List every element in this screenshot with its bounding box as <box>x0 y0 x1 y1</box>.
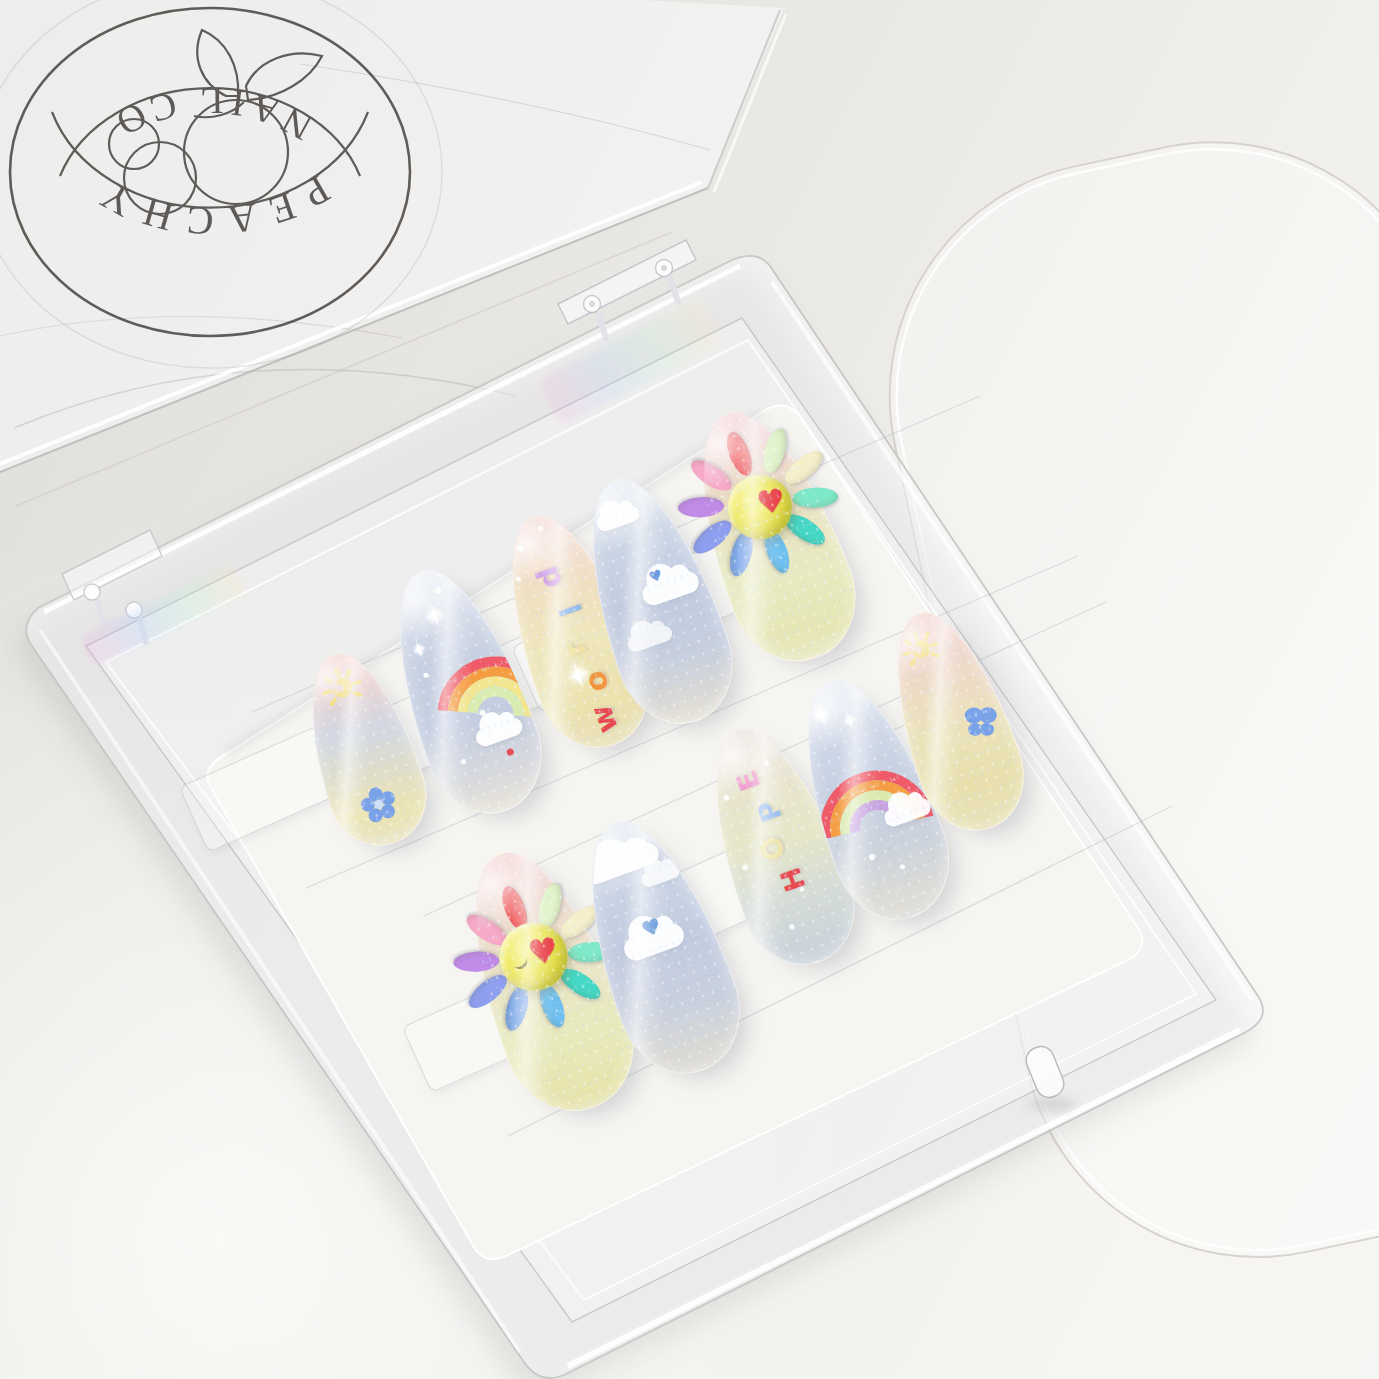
petal <box>722 429 757 479</box>
petal <box>678 496 725 518</box>
paint-dot <box>789 923 795 929</box>
nail-letter: H <box>774 863 813 896</box>
cloud-icon <box>626 624 675 654</box>
paint-dot <box>537 525 543 531</box>
press-on-nails-product-photo: PEACHY NAIL CO <box>0 0 1379 1379</box>
heart-icon: ♥ <box>525 929 561 973</box>
nail-letter: w <box>583 700 625 738</box>
paint-dot <box>899 864 905 870</box>
cloud-icon <box>474 715 525 748</box>
petal <box>780 445 828 489</box>
petal <box>792 486 839 508</box>
cloud-icon <box>595 504 642 533</box>
nail-letter: E <box>730 766 768 795</box>
petal <box>759 426 790 476</box>
nail-tray-layout: d l r o w ♥ <box>0 0 1379 1379</box>
petal <box>453 950 500 972</box>
heart-icon: ♥ <box>754 481 788 523</box>
nail-letter: l <box>552 599 588 621</box>
cloud-icon <box>639 861 682 889</box>
sun-icon <box>313 659 371 717</box>
nail-letter: O <box>753 832 792 866</box>
nail-letter: d <box>529 561 569 593</box>
paint-dot <box>517 545 525 553</box>
butterfly-icon <box>963 704 1000 741</box>
cloud-icon <box>882 796 933 829</box>
petal <box>687 454 736 496</box>
flower-icon <box>356 782 401 827</box>
petal <box>501 983 532 1033</box>
paint-dot <box>434 587 442 595</box>
closed-eye-icon <box>509 951 530 972</box>
sun-icon <box>894 622 947 675</box>
sparkle-icon <box>840 710 859 732</box>
paint-dot <box>460 758 466 764</box>
sparkle-icon <box>409 638 429 662</box>
sparkle-icon <box>807 698 835 731</box>
sparkle-icon <box>419 597 450 633</box>
red-paint-dot <box>506 748 515 757</box>
paint-dot <box>868 853 876 861</box>
paint-dot <box>423 672 429 678</box>
nail-letter: P <box>751 796 789 827</box>
petal <box>688 515 736 559</box>
